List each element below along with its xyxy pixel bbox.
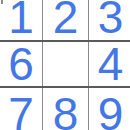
sudoku-cell-r0c0[interactable]: 1 <box>0 0 42 40</box>
sudoku-cell-r1c1[interactable] <box>43 42 88 86</box>
sudoku-cell-r1c2[interactable]: 4 <box>89 42 130 86</box>
sudoku-cell-r2c1[interactable]: 8 <box>43 89 88 130</box>
sudoku-cell-r2c0[interactable]: 7 <box>0 89 42 130</box>
sudoku-cell-r0c1[interactable]: 2 <box>43 0 88 40</box>
sudoku-board: 1 2 3 6 4 7 8 9 <box>0 0 130 130</box>
sudoku-cell-r1c0[interactable]: 6 <box>0 42 42 86</box>
sudoku-cell-r2c2[interactable]: 9 <box>89 89 130 130</box>
sudoku-cell-r0c2[interactable]: 3 <box>89 0 130 40</box>
